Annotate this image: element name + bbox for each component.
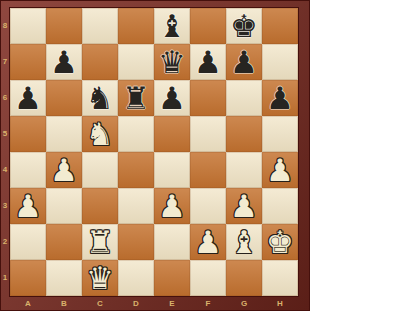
black-knight-icon[interactable]: ♞ <box>86 80 114 116</box>
square-g1[interactable] <box>226 260 262 296</box>
file-label-a: A <box>10 297 46 310</box>
square-c7[interactable] <box>82 44 118 80</box>
square-e5[interactable] <box>154 116 190 152</box>
square-b5[interactable] <box>46 116 82 152</box>
square-d2[interactable] <box>118 224 154 260</box>
file-label-b: B <box>46 297 82 310</box>
white-pawn-icon[interactable]: ♟ <box>158 188 186 224</box>
square-f8[interactable] <box>190 8 226 44</box>
square-b7[interactable]: ♟ <box>46 44 82 80</box>
square-d4[interactable] <box>118 152 154 188</box>
white-pawn-icon[interactable]: ♟ <box>266 152 294 188</box>
square-f4[interactable] <box>190 152 226 188</box>
board-squares: ♝♚♟♛♟♟♟♞♜♟♟♞♟♟♟♟♟♜♟♝♚♛ <box>10 8 298 296</box>
black-pawn-icon[interactable]: ♟ <box>158 80 186 116</box>
square-c4[interactable] <box>82 152 118 188</box>
black-pawn-icon[interactable]: ♟ <box>14 80 42 116</box>
square-h3[interactable] <box>262 188 298 224</box>
white-king-icon[interactable]: ♚ <box>266 224 294 260</box>
white-knight-icon[interactable]: ♞ <box>86 116 114 152</box>
rank-label-5: 5 <box>0 116 10 152</box>
square-a1[interactable] <box>10 260 46 296</box>
rank-label-2: 2 <box>0 224 10 260</box>
square-f6[interactable] <box>190 80 226 116</box>
black-king-icon[interactable]: ♚ <box>230 8 258 44</box>
square-h4[interactable]: ♟ <box>262 152 298 188</box>
rank-label-7: 7 <box>0 44 10 80</box>
white-pawn-icon[interactable]: ♟ <box>230 188 258 224</box>
square-d1[interactable] <box>118 260 154 296</box>
square-d8[interactable] <box>118 8 154 44</box>
file-label-e: E <box>154 297 190 310</box>
white-rook-icon[interactable]: ♜ <box>86 224 114 260</box>
rank-label-3: 3 <box>0 188 10 224</box>
black-pawn-icon[interactable]: ♟ <box>230 44 258 80</box>
square-a4[interactable] <box>10 152 46 188</box>
square-h1[interactable] <box>262 260 298 296</box>
square-f3[interactable] <box>190 188 226 224</box>
square-c8[interactable] <box>82 8 118 44</box>
square-b8[interactable] <box>46 8 82 44</box>
square-e3[interactable]: ♟ <box>154 188 190 224</box>
square-a8[interactable] <box>10 8 46 44</box>
square-f1[interactable] <box>190 260 226 296</box>
square-d6[interactable]: ♜ <box>118 80 154 116</box>
square-e1[interactable] <box>154 260 190 296</box>
square-d7[interactable] <box>118 44 154 80</box>
square-d5[interactable] <box>118 116 154 152</box>
square-e6[interactable]: ♟ <box>154 80 190 116</box>
file-label-f: F <box>190 297 226 310</box>
square-e7[interactable]: ♛ <box>154 44 190 80</box>
square-g6[interactable] <box>226 80 262 116</box>
square-b4[interactable]: ♟ <box>46 152 82 188</box>
rank-label-8: 8 <box>0 8 10 44</box>
white-queen-icon[interactable]: ♛ <box>86 260 114 296</box>
square-g2[interactable]: ♝ <box>226 224 262 260</box>
black-pawn-icon[interactable]: ♟ <box>50 44 78 80</box>
square-e4[interactable] <box>154 152 190 188</box>
square-d3[interactable] <box>118 188 154 224</box>
square-b6[interactable] <box>46 80 82 116</box>
square-g4[interactable] <box>226 152 262 188</box>
square-a3[interactable]: ♟ <box>10 188 46 224</box>
black-queen-icon[interactable]: ♛ <box>158 44 186 80</box>
square-a6[interactable]: ♟ <box>10 80 46 116</box>
square-h2[interactable]: ♚ <box>262 224 298 260</box>
square-b2[interactable] <box>46 224 82 260</box>
square-c2[interactable]: ♜ <box>82 224 118 260</box>
square-f2[interactable]: ♟ <box>190 224 226 260</box>
white-pawn-icon[interactable]: ♟ <box>194 224 222 260</box>
square-e8[interactable]: ♝ <box>154 8 190 44</box>
square-c1[interactable]: ♛ <box>82 260 118 296</box>
square-h8[interactable] <box>262 8 298 44</box>
square-b3[interactable] <box>46 188 82 224</box>
square-c6[interactable]: ♞ <box>82 80 118 116</box>
file-label-g: G <box>226 297 262 310</box>
square-f5[interactable] <box>190 116 226 152</box>
square-a5[interactable] <box>10 116 46 152</box>
square-a2[interactable] <box>10 224 46 260</box>
square-a7[interactable] <box>10 44 46 80</box>
chess-board: ♝♚♟♛♟♟♟♞♜♟♟♞♟♟♟♟♟♜♟♝♚♛ 87654321ABCDEFGH <box>0 0 310 311</box>
black-bishop-icon[interactable]: ♝ <box>158 8 186 44</box>
file-label-d: D <box>118 297 154 310</box>
square-g5[interactable] <box>226 116 262 152</box>
square-h6[interactable]: ♟ <box>262 80 298 116</box>
square-c3[interactable] <box>82 188 118 224</box>
square-g7[interactable]: ♟ <box>226 44 262 80</box>
white-pawn-icon[interactable]: ♟ <box>50 152 78 188</box>
square-g8[interactable]: ♚ <box>226 8 262 44</box>
rank-label-1: 1 <box>0 260 10 296</box>
black-pawn-icon[interactable]: ♟ <box>266 80 294 116</box>
white-pawn-icon[interactable]: ♟ <box>14 188 42 224</box>
square-c5[interactable]: ♞ <box>82 116 118 152</box>
rank-label-6: 6 <box>0 80 10 116</box>
white-bishop-icon[interactable]: ♝ <box>230 224 258 260</box>
file-label-c: C <box>82 297 118 310</box>
square-h7[interactable] <box>262 44 298 80</box>
rank-label-4: 4 <box>0 152 10 188</box>
square-f7[interactable]: ♟ <box>190 44 226 80</box>
square-e2[interactable] <box>154 224 190 260</box>
file-label-h: H <box>262 297 298 310</box>
square-h5[interactable] <box>262 116 298 152</box>
square-g3[interactable]: ♟ <box>226 188 262 224</box>
black-rook-icon[interactable]: ♜ <box>122 80 150 116</box>
square-b1[interactable] <box>46 260 82 296</box>
black-pawn-icon[interactable]: ♟ <box>194 44 222 80</box>
